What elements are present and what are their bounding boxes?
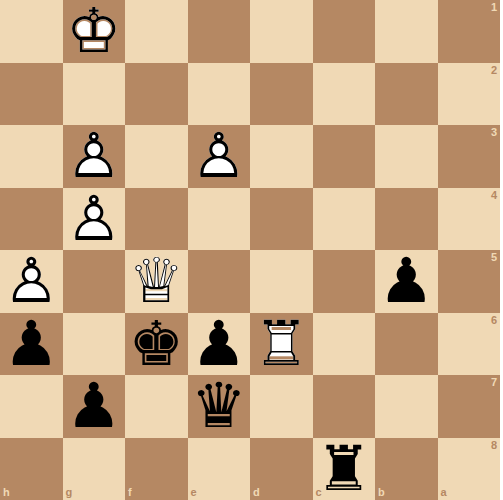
square-a3[interactable]: 3 — [438, 125, 501, 188]
square-g5[interactable] — [63, 250, 126, 313]
square-c7[interactable] — [313, 375, 376, 438]
rank-label-4: 4 — [491, 190, 497, 201]
square-c2[interactable] — [313, 63, 376, 126]
rank-label-7: 7 — [491, 377, 497, 388]
square-h3[interactable] — [0, 125, 63, 188]
square-a6[interactable]: 6 — [438, 313, 501, 376]
square-c4[interactable] — [313, 188, 376, 251]
square-h5[interactable]: ♟♙ — [0, 250, 63, 313]
square-e2[interactable] — [188, 63, 251, 126]
square-g8[interactable]: g — [63, 438, 126, 500]
square-e1[interactable] — [188, 0, 251, 63]
square-g3[interactable]: ♟♙ — [63, 125, 126, 188]
black-piece-glyph: ♟ — [0, 313, 63, 376]
square-f1[interactable] — [125, 0, 188, 63]
square-f6[interactable]: ♚ — [125, 313, 188, 376]
square-b6[interactable] — [375, 313, 438, 376]
square-d2[interactable] — [250, 63, 313, 126]
square-c8[interactable]: c♜ — [313, 438, 376, 500]
square-a7[interactable]: 7 — [438, 375, 501, 438]
square-b1[interactable] — [375, 0, 438, 63]
square-h4[interactable] — [0, 188, 63, 251]
white-piece-outline-glyph: ♙ — [188, 125, 251, 188]
square-b3[interactable] — [375, 125, 438, 188]
white-piece-outline-glyph: ♙ — [63, 188, 126, 251]
file-label-e: e — [191, 487, 197, 498]
square-a8[interactable]: 8a — [438, 438, 501, 500]
black-piece-glyph: ♟ — [375, 250, 438, 313]
piece-wQ-f5[interactable]: ♛♕ — [125, 250, 188, 313]
square-f5[interactable]: ♛♕ — [125, 250, 188, 313]
square-h8[interactable]: h — [0, 438, 63, 500]
square-a5[interactable]: 5 — [438, 250, 501, 313]
rank-label-1: 1 — [491, 2, 497, 13]
square-f7[interactable] — [125, 375, 188, 438]
piece-bP-h6[interactable]: ♟ — [0, 313, 63, 376]
square-g4[interactable]: ♟♙ — [63, 188, 126, 251]
square-a2[interactable]: 2 — [438, 63, 501, 126]
file-label-f: f — [128, 487, 132, 498]
piece-bP-b5[interactable]: ♟ — [375, 250, 438, 313]
square-d7[interactable] — [250, 375, 313, 438]
square-d5[interactable] — [250, 250, 313, 313]
piece-bP-g7[interactable]: ♟ — [63, 375, 126, 438]
square-e5[interactable] — [188, 250, 251, 313]
square-g6[interactable] — [63, 313, 126, 376]
white-piece-outline-glyph: ♕ — [125, 250, 188, 313]
black-piece-glyph: ♛ — [188, 375, 251, 438]
square-a4[interactable]: 4 — [438, 188, 501, 251]
square-g7[interactable]: ♟ — [63, 375, 126, 438]
piece-bK-f6[interactable]: ♚ — [125, 313, 188, 376]
file-label-b: b — [378, 487, 385, 498]
square-f3[interactable] — [125, 125, 188, 188]
square-h7[interactable] — [0, 375, 63, 438]
square-g2[interactable] — [63, 63, 126, 126]
square-e8[interactable]: e — [188, 438, 251, 500]
square-d8[interactable]: d — [250, 438, 313, 500]
piece-wP-h5[interactable]: ♟♙ — [0, 250, 63, 313]
chess-board: ♚♔12♟♙♟♙3♟♙4♟♙♛♕♟5♟♚♟♜♖6♟♛7hgfedc♜b8a — [0, 0, 500, 500]
square-h1[interactable] — [0, 0, 63, 63]
black-piece-glyph: ♟ — [188, 313, 251, 376]
piece-wP-g4[interactable]: ♟♙ — [63, 188, 126, 251]
white-piece-outline-glyph: ♙ — [0, 250, 63, 313]
square-c5[interactable] — [313, 250, 376, 313]
square-e4[interactable] — [188, 188, 251, 251]
piece-wK-g1[interactable]: ♚♔ — [63, 0, 126, 63]
piece-bR-c8[interactable]: ♜ — [313, 438, 376, 500]
square-a1[interactable]: 1 — [438, 0, 501, 63]
square-c1[interactable] — [313, 0, 376, 63]
square-b4[interactable] — [375, 188, 438, 251]
square-c3[interactable] — [313, 125, 376, 188]
rank-label-5: 5 — [491, 252, 497, 263]
square-h2[interactable] — [0, 63, 63, 126]
square-b7[interactable] — [375, 375, 438, 438]
black-piece-glyph: ♚ — [125, 313, 188, 376]
square-e3[interactable]: ♟♙ — [188, 125, 251, 188]
file-label-d: d — [253, 487, 260, 498]
rank-label-3: 3 — [491, 127, 497, 138]
rank-label-2: 2 — [491, 65, 497, 76]
file-label-g: g — [66, 487, 73, 498]
square-d4[interactable] — [250, 188, 313, 251]
white-piece-outline-glyph: ♔ — [63, 0, 126, 63]
piece-wP-g3[interactable]: ♟♙ — [63, 125, 126, 188]
square-h6[interactable]: ♟ — [0, 313, 63, 376]
file-label-h: h — [3, 487, 10, 498]
square-c6[interactable] — [313, 313, 376, 376]
square-b8[interactable]: b — [375, 438, 438, 500]
square-b2[interactable] — [375, 63, 438, 126]
rank-label-8: 8 — [491, 440, 497, 451]
square-d3[interactable] — [250, 125, 313, 188]
file-label-a: a — [441, 487, 447, 498]
square-g1[interactable]: ♚♔ — [63, 0, 126, 63]
white-piece-outline-glyph: ♙ — [63, 125, 126, 188]
piece-bP-e6[interactable]: ♟ — [188, 313, 251, 376]
square-d1[interactable] — [250, 0, 313, 63]
piece-wR-d6[interactable]: ♜♖ — [250, 313, 313, 376]
square-f4[interactable] — [125, 188, 188, 251]
piece-wP-e3[interactable]: ♟♙ — [188, 125, 251, 188]
square-f2[interactable] — [125, 63, 188, 126]
piece-bQ-e7[interactable]: ♛ — [188, 375, 251, 438]
black-piece-glyph: ♜ — [313, 438, 376, 500]
square-f8[interactable]: f — [125, 438, 188, 500]
square-e7[interactable]: ♛ — [188, 375, 251, 438]
square-d6[interactable]: ♜♖ — [250, 313, 313, 376]
square-e6[interactable]: ♟ — [188, 313, 251, 376]
white-piece-outline-glyph: ♖ — [250, 313, 313, 376]
rank-label-6: 6 — [491, 315, 497, 326]
black-piece-glyph: ♟ — [63, 375, 126, 438]
square-b5[interactable]: ♟ — [375, 250, 438, 313]
